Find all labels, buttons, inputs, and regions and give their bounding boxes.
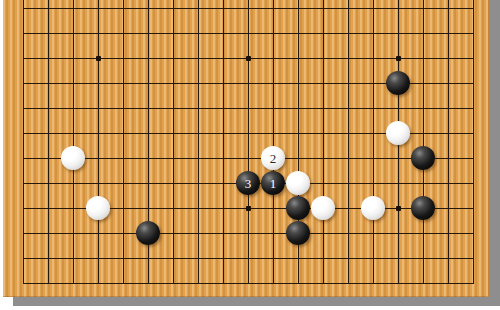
go-board[interactable]: 312 — [3, 0, 489, 297]
grid-horizontal-lines — [23, 8, 474, 284]
stone-white-N4[interactable] — [311, 196, 335, 220]
stone-black-R6[interactable] — [411, 146, 435, 170]
star-point-K4 — [246, 206, 251, 211]
board-shadow-bottom — [13, 297, 500, 306]
stone-black-F3[interactable] — [136, 221, 160, 245]
stone-black-M3[interactable] — [286, 221, 310, 245]
star-point-D10 — [96, 56, 101, 61]
stone-white-C6[interactable] — [61, 146, 85, 170]
star-point-K10 — [246, 56, 251, 61]
go-diagram: 312 — [0, 0, 500, 310]
stone-white-D4[interactable] — [86, 196, 110, 220]
stone-black-K5[interactable]: 3 — [236, 171, 260, 195]
stone-black-M4[interactable] — [286, 196, 310, 220]
board-shadow-right — [489, 0, 500, 306]
stone-black-L5[interactable]: 1 — [261, 171, 285, 195]
stone-white-L6[interactable]: 2 — [261, 146, 285, 170]
star-point-Q4 — [396, 206, 401, 211]
move-number-label: 3 — [245, 177, 252, 190]
stone-black-Q9[interactable] — [386, 71, 410, 95]
star-point-Q10 — [396, 56, 401, 61]
stone-white-M5[interactable] — [286, 171, 310, 195]
move-number-label: 2 — [270, 152, 277, 165]
stone-black-R4[interactable] — [411, 196, 435, 220]
move-number-label: 1 — [270, 177, 277, 190]
stone-white-Q7[interactable] — [386, 121, 410, 145]
stone-white-P4[interactable] — [361, 196, 385, 220]
